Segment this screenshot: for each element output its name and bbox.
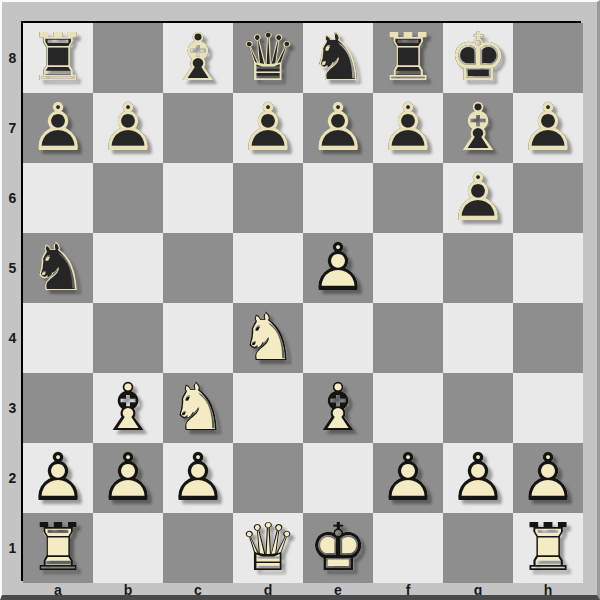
piece-outline: ♙ — [163, 443, 233, 513]
square-c4[interactable] — [163, 303, 233, 373]
rank-label-5: 5 — [2, 233, 23, 303]
square-c5[interactable] — [163, 233, 233, 303]
square-e7[interactable]: ♟♙ — [303, 93, 373, 163]
piece-outline: ♘ — [233, 303, 303, 373]
file-label-c: c — [163, 583, 233, 597]
rank-labels: 87654321 — [2, 23, 23, 583]
piece-outline: ♖ — [23, 513, 93, 583]
piece-outline: ♘ — [23, 233, 93, 303]
chess-board[interactable]: ♜♖♝♗♛♕♞♘♜♖♚♔♟♙♟♙♟♙♟♙♟♙♝♗♟♙♟♙♞♘♟♙♞♘♝♗♞♘♝♗… — [21, 21, 581, 581]
square-a2[interactable]: ♟♙ — [23, 443, 93, 513]
piece-white-pawn[interactable]: ♟♙ — [93, 443, 163, 513]
piece-white-knight[interactable]: ♞♘ — [233, 303, 303, 373]
piece-outline: ♙ — [23, 93, 93, 163]
square-e5[interactable]: ♟♙ — [303, 233, 373, 303]
square-b3[interactable]: ♝♗ — [93, 373, 163, 443]
piece-white-pawn[interactable]: ♟♙ — [443, 443, 513, 513]
square-f8[interactable]: ♜♖ — [373, 23, 443, 93]
file-label-e: e — [303, 583, 373, 597]
piece-black-rook[interactable]: ♜♖ — [373, 23, 443, 93]
rank-label-2: 2 — [2, 443, 23, 513]
square-e2[interactable] — [303, 443, 373, 513]
file-labels: abcdefgh — [23, 583, 583, 597]
square-g5[interactable] — [443, 233, 513, 303]
square-a3[interactable] — [23, 373, 93, 443]
square-a7[interactable]: ♟♙ — [23, 93, 93, 163]
square-h7[interactable]: ♟♙ — [513, 93, 583, 163]
square-a4[interactable] — [23, 303, 93, 373]
rank-label-4: 4 — [2, 303, 23, 373]
piece-outline: ♗ — [303, 373, 373, 443]
square-g2[interactable]: ♟♙ — [443, 443, 513, 513]
piece-outline: ♙ — [443, 443, 513, 513]
square-h6[interactable] — [513, 163, 583, 233]
piece-outline: ♘ — [163, 373, 233, 443]
piece-white-queen[interactable]: ♛♕ — [233, 513, 303, 583]
piece-outline: ♙ — [93, 443, 163, 513]
square-g8[interactable]: ♚♔ — [443, 23, 513, 93]
square-b6[interactable] — [93, 163, 163, 233]
piece-outline: ♙ — [513, 93, 583, 163]
piece-black-pawn[interactable]: ♟♙ — [373, 93, 443, 163]
piece-outline: ♖ — [373, 23, 443, 93]
square-c7[interactable] — [163, 93, 233, 163]
square-h1[interactable]: ♜♖ — [513, 513, 583, 583]
piece-outline: ♙ — [513, 443, 583, 513]
square-a8[interactable]: ♜♖ — [23, 23, 93, 93]
file-label-d: d — [233, 583, 303, 597]
square-b7[interactable]: ♟♙ — [93, 93, 163, 163]
piece-black-knight[interactable]: ♞♘ — [23, 233, 93, 303]
square-f2[interactable]: ♟♙ — [373, 443, 443, 513]
square-h8[interactable] — [513, 23, 583, 93]
piece-white-pawn[interactable]: ♟♙ — [373, 443, 443, 513]
square-h3[interactable] — [513, 373, 583, 443]
piece-outline: ♕ — [233, 513, 303, 583]
square-h4[interactable] — [513, 303, 583, 373]
square-f3[interactable] — [373, 373, 443, 443]
piece-white-bishop[interactable]: ♝♗ — [303, 373, 373, 443]
piece-black-pawn[interactable]: ♟♙ — [443, 163, 513, 233]
file-label-f: f — [373, 583, 443, 597]
piece-outline: ♔ — [303, 513, 373, 583]
piece-outline: ♙ — [93, 93, 163, 163]
square-d4[interactable]: ♞♘ — [233, 303, 303, 373]
chess-diagram-frame: 87654321 ♜♖♝♗♛♕♞♘♜♖♚♔♟♙♟♙♟♙♟♙♟♙♝♗♟♙♟♙♞♘♟… — [0, 0, 600, 600]
square-f7[interactable]: ♟♙ — [373, 93, 443, 163]
square-b4[interactable] — [93, 303, 163, 373]
piece-white-bishop[interactable]: ♝♗ — [93, 373, 163, 443]
piece-white-pawn[interactable]: ♟♙ — [303, 233, 373, 303]
piece-outline: ♕ — [233, 23, 303, 93]
square-e4[interactable] — [303, 303, 373, 373]
rank-label-7: 7 — [2, 93, 23, 163]
piece-black-pawn[interactable]: ♟♙ — [233, 93, 303, 163]
file-label-b: b — [93, 583, 163, 597]
rank-label-1: 1 — [2, 513, 23, 583]
square-c2[interactable]: ♟♙ — [163, 443, 233, 513]
piece-black-king[interactable]: ♚♔ — [443, 23, 513, 93]
square-h5[interactable] — [513, 233, 583, 303]
piece-outline: ♙ — [303, 93, 373, 163]
piece-outline: ♗ — [93, 373, 163, 443]
square-f6[interactable] — [373, 163, 443, 233]
piece-outline: ♙ — [443, 163, 513, 233]
square-e8[interactable]: ♞♘ — [303, 23, 373, 93]
piece-black-bishop[interactable]: ♝♗ — [163, 23, 233, 93]
piece-outline: ♖ — [23, 23, 93, 93]
square-a5[interactable]: ♞♘ — [23, 233, 93, 303]
square-c8[interactable]: ♝♗ — [163, 23, 233, 93]
piece-black-pawn[interactable]: ♟♙ — [93, 93, 163, 163]
square-c1[interactable] — [163, 513, 233, 583]
piece-white-rook[interactable]: ♜♖ — [23, 513, 93, 583]
piece-outline: ♙ — [23, 443, 93, 513]
piece-white-pawn[interactable]: ♟♙ — [513, 443, 583, 513]
square-g7[interactable]: ♝♗ — [443, 93, 513, 163]
square-e6[interactable] — [303, 163, 373, 233]
square-d3[interactable] — [233, 373, 303, 443]
square-a1[interactable]: ♜♖ — [23, 513, 93, 583]
square-b2[interactable]: ♟♙ — [93, 443, 163, 513]
piece-outline: ♙ — [373, 93, 443, 163]
square-d5[interactable] — [233, 233, 303, 303]
square-e1[interactable]: ♚♔ — [303, 513, 373, 583]
piece-white-king[interactable]: ♚♔ — [303, 513, 373, 583]
square-d7[interactable]: ♟♙ — [233, 93, 303, 163]
file-label-g: g — [443, 583, 513, 597]
piece-black-pawn[interactable]: ♟♙ — [23, 93, 93, 163]
square-d1[interactable]: ♛♕ — [233, 513, 303, 583]
piece-outline: ♖ — [513, 513, 583, 583]
square-d8[interactable]: ♛♕ — [233, 23, 303, 93]
square-b1[interactable] — [93, 513, 163, 583]
file-label-h: h — [513, 583, 583, 597]
piece-black-pawn[interactable]: ♟♙ — [513, 93, 583, 163]
piece-outline: ♗ — [443, 93, 513, 163]
piece-outline: ♔ — [443, 23, 513, 93]
square-f5[interactable] — [373, 233, 443, 303]
piece-outline: ♙ — [373, 443, 443, 513]
square-a6[interactable] — [23, 163, 93, 233]
piece-black-knight[interactable]: ♞♘ — [303, 23, 373, 93]
piece-outline: ♘ — [303, 23, 373, 93]
piece-white-rook[interactable]: ♜♖ — [513, 513, 583, 583]
rank-label-6: 6 — [2, 163, 23, 233]
piece-white-pawn[interactable]: ♟♙ — [23, 443, 93, 513]
piece-outline: ♗ — [163, 23, 233, 93]
piece-white-knight[interactable]: ♞♘ — [163, 373, 233, 443]
square-b5[interactable] — [93, 233, 163, 303]
square-f1[interactable] — [373, 513, 443, 583]
rank-label-3: 3 — [2, 373, 23, 443]
square-d2[interactable] — [233, 443, 303, 513]
piece-black-queen[interactable]: ♛♕ — [233, 23, 303, 93]
square-d6[interactable] — [233, 163, 303, 233]
square-f4[interactable] — [373, 303, 443, 373]
piece-outline: ♙ — [303, 233, 373, 303]
piece-black-rook[interactable]: ♜♖ — [23, 23, 93, 93]
square-c3[interactable]: ♞♘ — [163, 373, 233, 443]
square-e3[interactable]: ♝♗ — [303, 373, 373, 443]
piece-outline: ♙ — [233, 93, 303, 163]
square-g4[interactable] — [443, 303, 513, 373]
square-g1[interactable] — [443, 513, 513, 583]
square-h2[interactable]: ♟♙ — [513, 443, 583, 513]
square-g3[interactable] — [443, 373, 513, 443]
piece-black-pawn[interactable]: ♟♙ — [303, 93, 373, 163]
file-label-a: a — [23, 583, 93, 597]
square-c6[interactable] — [163, 163, 233, 233]
piece-black-bishop[interactable]: ♝♗ — [443, 93, 513, 163]
piece-white-pawn[interactable]: ♟♙ — [163, 443, 233, 513]
square-b8[interactable] — [93, 23, 163, 93]
rank-label-8: 8 — [2, 23, 23, 93]
square-g6[interactable]: ♟♙ — [443, 163, 513, 233]
